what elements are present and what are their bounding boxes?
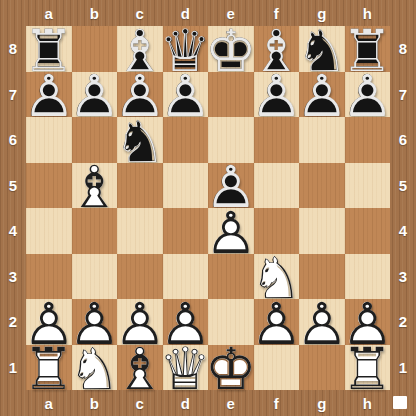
- square-a4[interactable]: [26, 208, 72, 254]
- rank-label-4: 4: [390, 208, 416, 254]
- turn-indicator: [393, 396, 407, 409]
- square-d4[interactable]: [163, 208, 209, 254]
- rank-label-7: 7: [390, 72, 416, 118]
- square-f1[interactable]: [254, 345, 300, 391]
- square-f7[interactable]: ♟♙: [254, 72, 300, 118]
- rank-label-8: 8: [390, 26, 416, 72]
- piece-white-bishop[interactable]: ♝♗: [117, 345, 163, 391]
- rank-label-5: 5: [0, 163, 26, 209]
- square-b5[interactable]: ♝♗: [72, 163, 118, 209]
- square-d5[interactable]: [163, 163, 209, 209]
- square-d1[interactable]: ♛♕: [163, 345, 209, 391]
- piece-outline-glyph: ♔: [208, 28, 254, 74]
- file-label-g: g: [299, 390, 345, 416]
- file-label-b: b: [72, 0, 118, 26]
- piece-white-king[interactable]: ♚♔: [208, 345, 254, 391]
- piece-outline-glyph: ♙: [26, 74, 72, 120]
- piece-black-pawn[interactable]: ♟♙: [163, 72, 209, 118]
- square-a5[interactable]: [26, 163, 72, 209]
- square-f5[interactable]: [254, 163, 300, 209]
- piece-outline-glyph: ♘: [117, 119, 163, 165]
- piece-black-pawn[interactable]: ♟♙: [345, 72, 391, 118]
- square-h4[interactable]: [345, 208, 391, 254]
- square-g1[interactable]: [299, 345, 345, 391]
- piece-outline-glyph: ♖: [345, 347, 391, 393]
- square-g2[interactable]: ♟♙: [299, 299, 345, 345]
- piece-outline-glyph: ♙: [254, 74, 300, 120]
- piece-white-pawn[interactable]: ♟♙: [254, 299, 300, 345]
- square-a1[interactable]: ♜♖: [26, 345, 72, 391]
- square-c1[interactable]: ♝♗: [117, 345, 163, 391]
- rank-label-2: 2: [390, 299, 416, 345]
- file-label-f: f: [254, 390, 300, 416]
- square-g6[interactable]: [299, 117, 345, 163]
- square-f2[interactable]: ♟♙: [254, 299, 300, 345]
- piece-outline-glyph: ♗: [72, 165, 118, 211]
- square-f6[interactable]: [254, 117, 300, 163]
- piece-outline-glyph: ♕: [163, 347, 209, 393]
- square-h6[interactable]: [345, 117, 391, 163]
- piece-outline-glyph: ♙: [254, 301, 300, 347]
- piece-outline-glyph: ♙: [163, 74, 209, 120]
- rank-label-3: 3: [390, 254, 416, 300]
- rank-label-5: 5: [390, 163, 416, 209]
- piece-black-pawn[interactable]: ♟♙: [72, 72, 118, 118]
- square-h7[interactable]: ♟♙: [345, 72, 391, 118]
- square-g4[interactable]: [299, 208, 345, 254]
- chess-board-widget: abcdefgh abcdefgh 87654321 87654321 ♜♖♝♗…: [0, 0, 416, 416]
- piece-outline-glyph: ♘: [72, 347, 118, 393]
- square-g5[interactable]: [299, 163, 345, 209]
- square-c5[interactable]: [117, 163, 163, 209]
- chess-board: ♜♖♝♗♛♕♚♔♝♗♞♘♜♖♟♙♟♙♟♙♟♙♟♙♟♙♟♙♞♘♝♗♟♙♟♙♞♘♟♙…: [26, 26, 390, 390]
- square-e8[interactable]: ♚♔: [208, 26, 254, 72]
- square-c4[interactable]: [117, 208, 163, 254]
- piece-black-pawn[interactable]: ♟♙: [254, 72, 300, 118]
- piece-outline-glyph: ♙: [72, 74, 118, 120]
- square-d7[interactable]: ♟♙: [163, 72, 209, 118]
- rank-labels-right: 87654321: [390, 26, 416, 390]
- piece-white-pawn[interactable]: ♟♙: [208, 208, 254, 254]
- square-e1[interactable]: ♚♔: [208, 345, 254, 391]
- piece-black-pawn[interactable]: ♟♙: [26, 72, 72, 118]
- square-b1[interactable]: ♞♘: [72, 345, 118, 391]
- piece-white-queen[interactable]: ♛♕: [163, 345, 209, 391]
- rank-label-4: 4: [0, 208, 26, 254]
- rank-label-1: 1: [390, 345, 416, 391]
- piece-outline-glyph: ♙: [299, 301, 345, 347]
- rank-label-6: 6: [390, 117, 416, 163]
- square-h1[interactable]: ♜♖: [345, 345, 391, 391]
- square-a6[interactable]: [26, 117, 72, 163]
- piece-outline-glyph: ♖: [26, 347, 72, 393]
- square-e3[interactable]: [208, 254, 254, 300]
- piece-white-knight[interactable]: ♞♘: [72, 345, 118, 391]
- piece-outline-glyph: ♙: [299, 74, 345, 120]
- piece-white-pawn[interactable]: ♟♙: [299, 299, 345, 345]
- piece-outline-glyph: ♗: [117, 347, 163, 393]
- piece-white-rook[interactable]: ♜♖: [345, 345, 391, 391]
- piece-outline-glyph: ♙: [208, 210, 254, 256]
- square-a7[interactable]: ♟♙: [26, 72, 72, 118]
- piece-white-rook[interactable]: ♜♖: [26, 345, 72, 391]
- square-g7[interactable]: ♟♙: [299, 72, 345, 118]
- piece-white-bishop[interactable]: ♝♗: [72, 163, 118, 209]
- piece-outline-glyph: ♙: [345, 74, 391, 120]
- piece-black-pawn[interactable]: ♟♙: [299, 72, 345, 118]
- piece-black-knight[interactable]: ♞♘: [117, 117, 163, 163]
- square-d6[interactable]: [163, 117, 209, 163]
- square-b4[interactable]: [72, 208, 118, 254]
- square-h5[interactable]: [345, 163, 391, 209]
- square-e7[interactable]: [208, 72, 254, 118]
- piece-black-king[interactable]: ♚♔: [208, 26, 254, 72]
- piece-outline-glyph: ♔: [208, 347, 254, 393]
- square-b7[interactable]: ♟♙: [72, 72, 118, 118]
- square-c6[interactable]: ♞♘: [117, 117, 163, 163]
- square-e4[interactable]: ♟♙: [208, 208, 254, 254]
